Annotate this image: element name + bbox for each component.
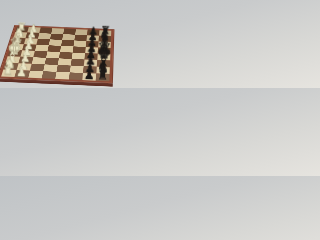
chess-board-perspective-wrap: ♜♟♟♜♞♟♟♞♝♟♟♝♛♟♟♛♚♟♟♚♝♟♟♝♞♟♟♞♜♟♟♜ <box>4 0 116 88</box>
board-squares-grid: ♜♟♟♜♞♟♟♞♝♟♟♝♛♟♟♛♚♟♟♚♝♟♟♝♞♟♟♞♜♟♟♜ <box>1 27 111 82</box>
chess-board: ♜♟♟♜♞♟♟♞♝♟♟♝♛♟♟♛♚♟♟♚♝♟♟♝♞♟♟♞♜♟♟♜ <box>0 25 114 83</box>
square-h2: ♟ <box>15 70 30 78</box>
white-pawn: ♟ <box>16 66 27 78</box>
square-f6 <box>71 59 85 66</box>
square-h1: ♜ <box>1 69 17 77</box>
black-rook: ♜ <box>100 25 111 37</box>
square-h7: ♟ <box>82 73 96 81</box>
square-h6 <box>69 72 83 80</box>
square-h8: ♜ <box>96 74 110 82</box>
square-h5 <box>55 72 70 80</box>
square-e3 <box>33 51 47 58</box>
black-bishop: ♝ <box>97 53 111 68</box>
white-bishop: ♝ <box>5 49 19 64</box>
photo-background: ♜♟♟♜♞♟♟♞♝♟♟♝♛♟♟♛♚♟♟♚♝♟♟♝♞♟♟♞♜♟♟♜ <box>0 0 133 88</box>
square-c6 <box>73 40 86 46</box>
